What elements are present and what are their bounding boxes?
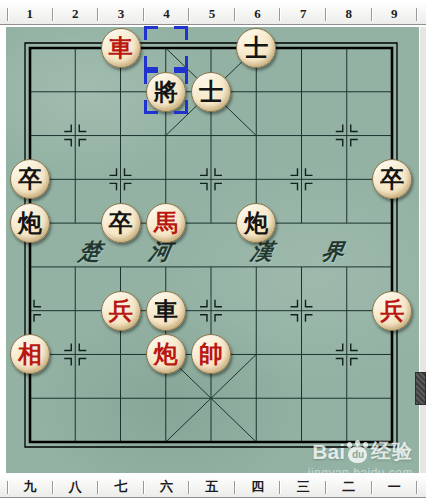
file-label-top: 5: [189, 3, 235, 24]
piece-black-advisor[interactable]: 士: [236, 28, 276, 68]
watermark-brand-text: Bai: [312, 440, 345, 464]
page: 123456789 Bai du 经验 jingyan.baidu.com 楚河…: [0, 0, 426, 500]
piece-red-horse[interactable]: 馬: [146, 203, 186, 243]
file-label-top: 1: [7, 3, 53, 24]
top-file-ruler: 123456789: [0, 2, 426, 25]
baidu-watermark: Bai du 经验 jingyan.baidu.com: [308, 438, 413, 480]
watermark-du-text: du: [352, 449, 364, 460]
watermark-jingyan-text: 经验: [371, 438, 413, 465]
file-label-top: 6: [235, 3, 281, 24]
piece-red-soldier[interactable]: 兵: [101, 291, 141, 331]
file-label-top: 3: [98, 3, 144, 24]
piece-red-soldier[interactable]: 兵: [372, 291, 412, 331]
file-label-bottom: 五: [189, 476, 235, 497]
file-label-top: 9: [372, 3, 418, 24]
file-label-bottom: 四: [235, 476, 281, 497]
piece-black-advisor[interactable]: 士: [191, 72, 231, 112]
file-label-bottom: 六: [144, 476, 190, 497]
file-label-bottom: 七: [98, 476, 144, 497]
piece-red-cannon[interactable]: 炮: [146, 334, 186, 374]
scrollbar-track[interactable]: [420, 27, 426, 473]
watermark-brand-row: Bai du 经验: [308, 438, 413, 465]
file-label-bottom: 八: [53, 476, 99, 497]
file-label-bottom: 九: [7, 476, 53, 497]
file-label-top: 2: [53, 3, 99, 24]
file-label-top: 4: [144, 3, 190, 24]
piece-red-chariot[interactable]: 車: [101, 28, 141, 68]
file-label-top: 8: [326, 3, 372, 24]
watermark-url: jingyan.baidu.com: [308, 466, 413, 480]
piece-black-cannon[interactable]: 炮: [10, 203, 50, 243]
piece-black-general[interactable]: 將: [146, 72, 186, 112]
file-label-top: 7: [280, 3, 326, 24]
xiangqi-board: Bai du 经验 jingyan.baidu.com 楚河漢界車士將士卒卒炮卒…: [6, 27, 419, 473]
scrollbar-thumb[interactable]: [415, 372, 426, 405]
baidu-paw-icon: du: [346, 441, 370, 463]
piece-black-chariot[interactable]: 車: [146, 291, 186, 331]
piece-black-soldier[interactable]: 卒: [101, 203, 141, 243]
